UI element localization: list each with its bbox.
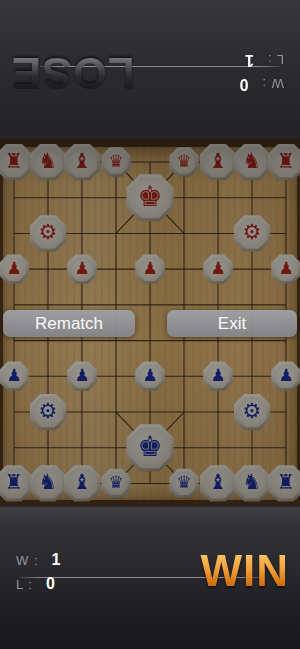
opponent-losses-label: L : xyxy=(267,52,284,67)
opponent-bar-content: W : 0 L : 1 LOSE xyxy=(0,0,300,139)
player-wins-label: W : xyxy=(16,553,39,568)
player-result-text: WIN xyxy=(200,549,289,593)
player-bar-content: W : 1 L : 0 WIN xyxy=(0,505,300,649)
player-losses-value: 0 xyxy=(46,575,55,593)
opponent-result-text: LOSE xyxy=(11,51,135,95)
opponent-losses-value: 1 xyxy=(245,51,254,69)
opponent-wins-label: W : xyxy=(262,76,285,91)
rematch-button[interactable]: Rematch xyxy=(3,310,135,337)
app-screen: W : 0 L : 1 LOSE ♜♞♝♛♛♝♞♜♚⚙⚙♟♟♟♟♟♟♟♟♟♟⚙⚙… xyxy=(0,0,300,649)
opponent-result-bar: W : 0 L : 1 LOSE xyxy=(0,0,300,139)
exit-button[interactable]: Exit xyxy=(167,310,297,337)
player-losses-row: L : 0 xyxy=(16,575,55,591)
opponent-wins-value: 0 xyxy=(240,75,249,93)
opponent-losses-row: L : 1 xyxy=(245,53,284,69)
xiangqi-board: ♜♞♝♛♛♝♞♜♚⚙⚙♟♟♟♟♟♟♟♟♟♟⚙⚙♚♜♞♝♛♛♝♞♜ Rematch… xyxy=(0,139,300,507)
opponent-wins-row: W : 0 xyxy=(240,77,284,93)
player-wins-value: 1 xyxy=(52,551,61,569)
player-wins-row: W : 1 xyxy=(16,551,60,567)
player-losses-label: L : xyxy=(16,577,33,592)
player-result-bar: W : 1 L : 0 WIN xyxy=(0,505,300,649)
